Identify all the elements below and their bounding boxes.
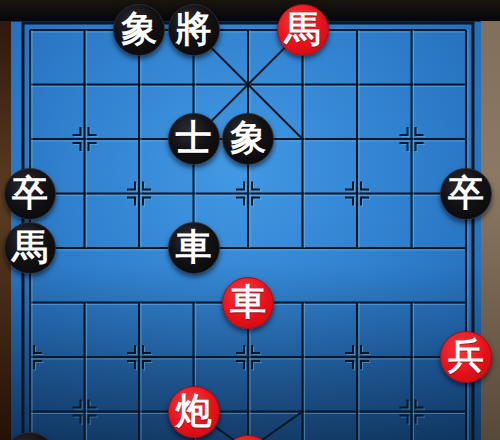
piece-glyph: 卒 — [448, 167, 484, 219]
piece-glyph: 兵 — [448, 330, 484, 382]
piece-black-advisor[interactable]: 士 — [168, 113, 220, 165]
piece-red-soldier[interactable]: 兵 — [440, 331, 492, 383]
piece-glyph: 象 — [121, 3, 157, 55]
piece-glyph: 馬 — [12, 221, 48, 273]
piece-glyph: 車 — [230, 276, 266, 328]
piece-glyph: 馬 — [285, 3, 321, 55]
piece-black-soldier-right[interactable]: 卒 — [440, 168, 492, 220]
xiangqi-board[interactable] — [0, 0, 500, 440]
piece-black-elephant-right[interactable]: 象 — [222, 113, 274, 165]
piece-red-horse[interactable]: 馬 — [277, 4, 329, 56]
piece-black-chariot[interactable]: 車 — [168, 222, 220, 274]
piece-glyph: 象 — [230, 112, 266, 164]
piece-glyph: 士 — [176, 112, 212, 164]
piece-red-chariot[interactable]: 車 — [222, 277, 274, 329]
piece-black-soldier-left[interactable]: 卒 — [4, 168, 56, 220]
piece-glyph: 炮 — [176, 385, 212, 437]
piece-red-cannon[interactable]: 炮 — [168, 386, 220, 438]
piece-black-horse[interactable]: 馬 — [4, 222, 56, 274]
xiangqi-app: 象將馬士象卒卒馬車車兵炮 — [0, 0, 500, 440]
piece-glyph: 車 — [176, 221, 212, 273]
piece-glyph: 卒 — [12, 167, 48, 219]
piece-black-general[interactable]: 將 — [168, 4, 220, 56]
piece-glyph: 將 — [176, 3, 212, 55]
piece-black-elephant-left[interactable]: 象 — [113, 4, 165, 56]
